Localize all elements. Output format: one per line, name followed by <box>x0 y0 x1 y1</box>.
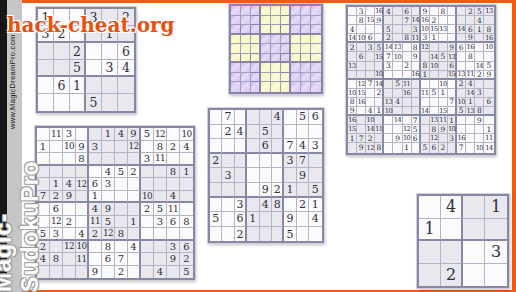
sudoku-12x12-cell-r9c4[interactable]: 4 <box>76 228 89 241</box>
sudoku-16x16-cell-r1c13[interactable] <box>457 7 466 16</box>
colored-9x9-cell-r1c1[interactable] <box>231 6 241 16</box>
sudoku-16x16-cell-r16c15[interactable]: 10 <box>475 143 484 152</box>
sudoku-16x16-cell-r12c13[interactable]: 5 <box>457 107 466 116</box>
sudoku-12x12-cell-r3c4[interactable]: 8 <box>76 153 89 166</box>
sudoku-16x16-cell-r5c7[interactable] <box>403 43 412 52</box>
sudoku-16x16-cell-r4c2[interactable]: 10 <box>357 34 366 43</box>
sudoku-9x9-cell-r8c9[interactable]: 4 <box>309 212 321 227</box>
sudoku-16x16-cell-r4c14[interactable]: 9 <box>466 34 475 43</box>
sudoku-16x16-cell-r13c7[interactable] <box>403 116 412 125</box>
sudoku-12x12-cell-r9c7[interactable]: 8 <box>115 228 128 241</box>
colored-9x9-cell-r9c6[interactable] <box>281 82 291 92</box>
sudoku-6x6-cell-r5c1[interactable] <box>38 77 54 94</box>
sudoku-12x12-cell-r6c10[interactable] <box>154 191 167 204</box>
sudoku-12x12-cell-r10c2[interactable] <box>50 241 63 254</box>
sudoku-16x16-cell-r6c13[interactable] <box>457 52 466 61</box>
sudoku-16x16-cell-r14c15[interactable] <box>475 125 484 134</box>
colored-9x9-cell-r7c7[interactable] <box>291 63 301 73</box>
sudoku-6x6-cell-r6c3[interactable] <box>70 94 86 111</box>
sudoku-16x16-cell-r13c6[interactable]: 14 <box>393 116 402 125</box>
sudoku-16x16-cell-r6c4[interactable]: 15 <box>375 52 384 61</box>
sudoku-9x9-cell-r9c3[interactable]: 2 <box>235 227 247 242</box>
sudoku-4x4-cell-r4c1[interactable] <box>419 264 441 287</box>
sudoku-16x16-cell-r8c16[interactable]: 9 <box>484 71 493 80</box>
sudoku-16x16-cell-r14c10[interactable]: 8 <box>430 125 439 134</box>
sudoku-16x16-cell-r15c13[interactable]: 16 <box>457 134 466 143</box>
sudoku-12x12-cell-r4c12[interactable]: 1 <box>180 166 193 179</box>
sudoku-16x16-cell-r11c8[interactable] <box>412 98 421 107</box>
sudoku-12x12-cell-r5c12[interactable] <box>180 178 193 191</box>
sudoku-12x12-cell-r7c11[interactable]: 11 <box>167 203 180 216</box>
sudoku-9x9-cell-r2c3[interactable]: 4 <box>235 125 247 140</box>
sudoku-9x9-cell-r9c8[interactable] <box>297 227 309 242</box>
sudoku-12x12-cell-r2c8[interactable]: 12 <box>128 141 141 154</box>
sudoku-16x16-cell-r14c9[interactable] <box>421 125 430 134</box>
colored-9x9-cell-r9c9[interactable] <box>311 82 321 92</box>
sudoku-12x12-cell-r5c5[interactable]: 6 <box>89 178 102 191</box>
sudoku-9x9-cell-r6c5[interactable]: 9 <box>260 183 272 198</box>
sudoku-9x9-cell-r6c6[interactable]: 2 <box>272 183 284 198</box>
sudoku-16x16-cell-r2c9[interactable]: 16 <box>421 16 430 25</box>
sudoku-16x16-cell-r1c3[interactable] <box>366 7 375 16</box>
sudoku-12x12-cell-r11c2[interactable]: 8 <box>50 253 63 266</box>
sudoku-16x16-cell-r10c5[interactable] <box>384 89 393 98</box>
colored-9x9-cell-r5c4[interactable] <box>261 44 271 54</box>
sudoku-12x12-cell-r11c4[interactable]: 11 <box>76 253 89 266</box>
sudoku-16x16-cell-r8c12[interactable]: 15 <box>448 71 457 80</box>
sudoku-9x9-cell-r6c7[interactable]: 1 <box>284 183 296 198</box>
sudoku-16x16-cell-r15c12[interactable]: 3 <box>448 134 457 143</box>
sudoku-9x9-cell-r7c9[interactable]: 1 <box>309 198 321 213</box>
sudoku-16x16-cell-r1c11[interactable]: 8 <box>439 7 448 16</box>
sudoku-16x16-cell-r4c10[interactable]: 1 <box>430 34 439 43</box>
sudoku-9x9-cell-r9c1[interactable] <box>210 227 222 242</box>
sudoku-12x12-cell-r12c6[interactable] <box>102 266 115 279</box>
colored-9x9-cell-r6c9[interactable] <box>311 54 321 64</box>
sudoku-16x16-cell-r10c7[interactable]: 16 <box>403 89 412 98</box>
sudoku-12x12-cell-r8c6[interactable]: 5 <box>102 216 115 229</box>
colored-9x9-cell-r3c5[interactable] <box>271 25 281 35</box>
sudoku-6x6-cell-r5c5[interactable] <box>102 77 118 94</box>
sudoku-12x12-cell-r8c7[interactable] <box>115 216 128 229</box>
colored-9x9-cell-r6c6[interactable] <box>281 54 291 64</box>
sudoku-12x12-cell-r7c2[interactable]: 6 <box>50 203 63 216</box>
sudoku-16x16-cell-r8c5[interactable] <box>384 71 393 80</box>
sudoku-12x12-cell-r3c7[interactable] <box>115 153 128 166</box>
sudoku-6x6-cell-r4c2[interactable] <box>54 60 70 77</box>
sudoku-16x16-cell-r7c6[interactable] <box>393 62 402 71</box>
sudoku-9x9-cell-r5c5[interactable] <box>260 168 272 183</box>
sudoku-16x16-cell-r15c1[interactable]: 1 <box>348 134 357 143</box>
sudoku-9x9-cell-r5c4[interactable] <box>247 168 259 183</box>
sudoku-12x12-cell-r2c7[interactable] <box>115 141 128 154</box>
sudoku-16x16-cell-r12c5[interactable]: 10 <box>384 107 393 116</box>
sudoku-16x16-cell-r3c11[interactable]: 13 <box>439 25 448 34</box>
sudoku-16x16-cell-r12c6[interactable] <box>393 107 402 116</box>
sudoku-12x12-cell-r9c3[interactable] <box>63 228 76 241</box>
sudoku-16x16-cell-r16c6[interactable] <box>393 143 402 152</box>
sudoku-6x6-cell-r4c4[interactable] <box>86 60 102 77</box>
sudoku-12x12-cell-r1c8[interactable]: 9 <box>128 128 141 141</box>
sudoku-12x12-cell-r3c9[interactable]: 3 <box>141 153 154 166</box>
sudoku-6x6-cell-r5c2[interactable]: 6 <box>54 77 70 94</box>
sudoku-12x12-cell-r7c4[interactable] <box>76 203 89 216</box>
sudoku-16x16-cell-r2c4[interactable]: 9 <box>375 16 384 25</box>
colored-9x9-cell-r7c9[interactable] <box>311 63 321 73</box>
sudoku-9x9-cell-r7c7[interactable] <box>284 198 296 213</box>
sudoku-9x9-cell-r2c6[interactable] <box>272 125 284 140</box>
colored-9x9-cell-r9c3[interactable] <box>251 82 261 92</box>
sudoku-16x16-cell-r2c7[interactable]: 7 <box>403 16 412 25</box>
sudoku-9x9-cell-r4c5[interactable] <box>260 154 272 169</box>
colored-9x9-cell-r7c3[interactable] <box>251 63 261 73</box>
colored-9x9-cell-r1c7[interactable] <box>291 6 301 16</box>
sudoku-9x9-cell-r3c7[interactable]: 7 <box>284 139 296 154</box>
sudoku-16x16-cell-r10c11[interactable]: 1 <box>439 89 448 98</box>
colored-9x9-cell-r5c9[interactable] <box>311 44 321 54</box>
sudoku-12x12-cell-r2c10[interactable]: 8 <box>154 141 167 154</box>
sudoku-9x9-cell-r6c8[interactable] <box>297 183 309 198</box>
colored-9x9-cell-r7c8[interactable] <box>301 63 311 73</box>
sudoku-16x16-cell-r5c4[interactable]: 5 <box>375 43 384 52</box>
sudoku-6x6-cell-r3c6[interactable]: 6 <box>118 43 134 60</box>
sudoku-12x12-cell-r6c9[interactable]: 10 <box>141 191 154 204</box>
sudoku-16x16-cell-r6c3[interactable] <box>366 52 375 61</box>
sudoku-16x16-cell-r13c12[interactable]: 1 <box>448 116 457 125</box>
sudoku-12x12-cell-r7c6[interactable]: 9 <box>102 203 115 216</box>
sudoku-16x16-cell-r12c14[interactable]: 13 <box>466 107 475 116</box>
sudoku-9x9-cell-r5c2[interactable]: 3 <box>222 168 234 183</box>
sudoku-16x16-cell-r9c12[interactable] <box>448 80 457 89</box>
sudoku-16x16-cell-r3c6[interactable] <box>393 25 402 34</box>
sudoku-16x16-cell-r3c4[interactable] <box>375 25 384 34</box>
colored-9x9-cell-r4c5[interactable] <box>271 35 281 45</box>
sudoku-12x12-cell-r12c11[interactable] <box>167 266 180 279</box>
sudoku-9x9-cell-r8c8[interactable] <box>297 212 309 227</box>
sudoku-16x16-cell-r14c11[interactable]: 9 <box>439 125 448 134</box>
sudoku-16x16-cell-r15c8[interactable]: 6 <box>412 134 421 143</box>
sudoku-12x12-cell-r2c2[interactable] <box>50 141 63 154</box>
colored-9x9-cell-r5c2[interactable] <box>241 44 251 54</box>
sudoku-9x9-cell-r1c3[interactable] <box>235 110 247 125</box>
sudoku-9x9-cell-r4c6[interactable] <box>272 154 284 169</box>
sudoku-9x9-cell-r1c1[interactable] <box>210 110 222 125</box>
sudoku-12x12-cell-r9c2[interactable]: 3 <box>50 228 63 241</box>
sudoku-12x12-cell-r10c8[interactable]: 4 <box>128 241 141 254</box>
sudoku-6x6-cell-r4c3[interactable]: 5 <box>70 60 86 77</box>
sudoku-12x12-cell-r4c7[interactable]: 5 <box>115 166 128 179</box>
colored-9x9-cell-r6c3[interactable] <box>251 54 261 64</box>
sudoku-12x12-cell-r11c11[interactable]: 9 <box>167 253 180 266</box>
sudoku-16x16-cell-r5c6[interactable]: 13 <box>393 43 402 52</box>
sudoku-9x9-cell-r3c6[interactable] <box>272 139 284 154</box>
colored-9x9-cell-r2c6[interactable] <box>281 16 291 26</box>
sudoku-12x12-cell-r7c8[interactable] <box>128 203 141 216</box>
sudoku-16x16-cell-r16c13[interactable]: 7 <box>457 143 466 152</box>
sudoku-16x16-cell-r9c6[interactable]: 5 <box>393 80 402 89</box>
sudoku-16x16-cell-r13c5[interactable] <box>384 116 393 125</box>
sudoku-12x12-cell-r11c6[interactable]: 6 <box>102 253 115 266</box>
colored-9x9-cell-r8c9[interactable] <box>311 73 321 83</box>
sudoku-16x16-cell-r16c8[interactable] <box>412 143 421 152</box>
sudoku-12x12-cell-r6c11[interactable]: 4 <box>167 191 180 204</box>
sudoku-6x6-cell-r3c2[interactable] <box>54 43 70 60</box>
sudoku-12x12-cell-r3c3[interactable] <box>63 153 76 166</box>
colored-9x9-cell-r1c5[interactable] <box>271 6 281 16</box>
sudoku-9x9-cell-r3c1[interactable] <box>210 139 222 154</box>
sudoku-16x16-cell-r13c15[interactable]: 9 <box>475 116 484 125</box>
sudoku-9x9-cell-r9c4[interactable] <box>247 227 259 242</box>
sudoku-16x16-cell-r4c6[interactable] <box>393 34 402 43</box>
sudoku-9x9-cell-r6c3[interactable] <box>235 183 247 198</box>
sudoku-9x9-cell-r2c8[interactable] <box>297 125 309 140</box>
sudoku-12x12-cell-r6c6[interactable] <box>102 191 115 204</box>
colored-9x9-cell-r3c8[interactable] <box>301 25 311 35</box>
sudoku-12x12-cell-r10c4[interactable]: 10 <box>76 241 89 254</box>
sudoku-16x16-cell-r14c16[interactable]: 1 <box>484 125 493 134</box>
sudoku-12x12-cell-r12c2[interactable] <box>50 266 63 279</box>
sudoku-16x16-cell-r2c12[interactable] <box>448 16 457 25</box>
colored-9x9-cell-r2c7[interactable] <box>291 16 301 26</box>
sudoku-16x16-cell-r13c3[interactable]: 10 <box>366 116 375 125</box>
sudoku-12x12-cell-r8c9[interactable] <box>141 216 154 229</box>
sudoku-12x12-cell-r7c12[interactable] <box>180 203 193 216</box>
sudoku-4x4-cell-r3c1[interactable] <box>419 241 441 264</box>
sudoku-12x12-cell-r12c3[interactable] <box>63 266 76 279</box>
sudoku-12x12-cell-r3c6[interactable] <box>102 153 115 166</box>
sudoku-16x16-cell-r9c16[interactable] <box>484 80 493 89</box>
sudoku-4x4-cell-r3c3[interactable] <box>463 241 485 264</box>
sudoku-16x16-cell-r11c12[interactable]: 7 <box>448 98 457 107</box>
sudoku-12x12-cell-r6c7[interactable] <box>115 191 128 204</box>
colored-9x9-cell-r6c5[interactable] <box>271 54 281 64</box>
sudoku-4x4-cell-r2c2[interactable] <box>441 219 463 242</box>
sudoku-12x12-cell-r11c10[interactable] <box>154 253 167 266</box>
sudoku-16x16-cell-r15c7[interactable]: 10 <box>403 134 412 143</box>
sudoku-12x12-cell-r6c4[interactable] <box>76 191 89 204</box>
sudoku-16x16-cell-r4c15[interactable] <box>475 34 484 43</box>
sudoku-12x12-cell-r3c11[interactable] <box>167 153 180 166</box>
sudoku-16x16-cell-r2c10[interactable]: 2 <box>430 16 439 25</box>
sudoku-16x16-cell-r6c6[interactable]: 10 <box>393 52 402 61</box>
sudoku-12x12-cell-r7c5[interactable]: 4 <box>89 203 102 216</box>
sudoku-16x16-cell-r7c7[interactable]: 2 <box>403 62 412 71</box>
sudoku-12x12-cell-r11c5[interactable] <box>89 253 102 266</box>
sudoku-12x12-cell-r9c5[interactable]: 2 <box>89 228 102 241</box>
sudoku-12x12-cell-r11c7[interactable]: 7 <box>115 253 128 266</box>
sudoku-12x12-cell-r9c8[interactable] <box>128 228 141 241</box>
sudoku-12x12-cell-r8c3[interactable]: 2 <box>63 216 76 229</box>
sudoku-16x16-cell-r8c10[interactable] <box>430 71 439 80</box>
colored-9x9-cell-r5c3[interactable] <box>251 44 261 54</box>
sudoku-16x16-cell-r16c11[interactable]: 2 <box>439 143 448 152</box>
sudoku-16x16-cell-r8c9[interactable]: 1 <box>421 71 430 80</box>
sudoku-9x9-cell-r2c5[interactable]: 5 <box>260 125 272 140</box>
colored-9x9-cell-r3c6[interactable] <box>281 25 291 35</box>
sudoku-16x16-cell-r8c15[interactable]: 2 <box>475 71 484 80</box>
sudoku-16x16-cell-r6c11[interactable]: 5 <box>439 52 448 61</box>
colored-9x9-cell-r2c4[interactable] <box>261 16 271 26</box>
colored-9x9-cell-r1c2[interactable] <box>241 6 251 16</box>
sudoku-12x12-cell-r6c12[interactable] <box>180 191 193 204</box>
sudoku-16x16-cell-r16c2[interactable]: 9 <box>357 143 366 152</box>
sudoku-16x16-cell-r16c1[interactable] <box>348 143 357 152</box>
sudoku-16x16-cell-r16c7[interactable]: 1 <box>403 143 412 152</box>
sudoku-16x16-cell-r13c9[interactable] <box>421 116 430 125</box>
sudoku-12x12-cell-r5c3[interactable]: 4 <box>63 178 76 191</box>
sudoku-16x16-cell-r16c5[interactable] <box>384 143 393 152</box>
sudoku-12x12-cell-r1c2[interactable]: 11 <box>50 128 63 141</box>
sudoku-16x16-cell-r7c2[interactable] <box>357 62 366 71</box>
sudoku-16x16-cell-r8c8[interactable]: 16 <box>412 71 421 80</box>
sudoku-6x6-cell-r5c3[interactable]: 1 <box>70 77 86 94</box>
sudoku-16x16-cell-r6c10[interactable]: 14 <box>430 52 439 61</box>
sudoku-16x16-cell-r10c9[interactable]: 11 <box>421 89 430 98</box>
sudoku-9x9-cell-r8c4[interactable]: 1 <box>247 212 259 227</box>
colored-9x9-cell-r2c3[interactable] <box>251 16 261 26</box>
sudoku-16x16-cell-r9c8[interactable] <box>412 80 421 89</box>
sudoku-16x16-cell-r15c6[interactable]: 9 <box>393 134 402 143</box>
colored-9x9-cell-r9c1[interactable] <box>231 82 241 92</box>
sudoku-16x16-cell-r7c10[interactable]: 10 <box>430 62 439 71</box>
sudoku-16x16-cell-r14c13[interactable] <box>457 125 466 134</box>
colored-9x9-cell-r9c2[interactable] <box>241 82 251 92</box>
sudoku-16x16-cell-r9c3[interactable]: 7 <box>366 80 375 89</box>
sudoku-16x16-cell-r5c13[interactable]: 6 <box>457 43 466 52</box>
sudoku-16x16-cell-r13c1[interactable]: 16 <box>348 116 357 125</box>
sudoku-16x16-cell-r15c15[interactable] <box>475 134 484 143</box>
sudoku-16x16-cell-r15c5[interactable] <box>384 134 393 143</box>
sudoku-16x16-cell-r9c14[interactable]: 4 <box>466 80 475 89</box>
sudoku-16x16-cell-r12c2[interactable] <box>357 107 366 116</box>
sudoku-9x9-cell-r5c7[interactable] <box>284 168 296 183</box>
sudoku-16x16-cell-r10c13[interactable] <box>457 89 466 98</box>
sudoku-12x12-cell-r10c12[interactable]: 6 <box>180 241 193 254</box>
sudoku-12x12-cell-r2c5[interactable]: 3 <box>89 141 102 154</box>
sudoku-12x12-cell-r5c2[interactable]: 1 <box>50 178 63 191</box>
sudoku-9x9-cell-r4c8[interactable]: 7 <box>297 154 309 169</box>
sudoku-16x16-cell-r14c4[interactable]: 11 <box>375 125 384 134</box>
sudoku-16x16-cell-r10c3[interactable] <box>366 89 375 98</box>
sudoku-12x12-cell-r9c10[interactable] <box>154 228 167 241</box>
sudoku-16x16-cell-r13c2[interactable] <box>357 116 366 125</box>
colored-9x9-cell-r6c4[interactable] <box>261 54 271 64</box>
sudoku-12x12-cell-r1c3[interactable]: 3 <box>63 128 76 141</box>
sudoku-16x16-cell-r11c16[interactable]: 6 <box>484 98 493 107</box>
sudoku-12x12-cell-r12c7[interactable]: 2 <box>115 266 128 279</box>
sudoku-12x12-cell-r10c3[interactable]: 12 <box>63 241 76 254</box>
sudoku-16x16-cell-r5c15[interactable] <box>475 43 484 52</box>
sudoku-16x16-cell-r9c9[interactable] <box>421 80 430 89</box>
sudoku-4x4-cell-r3c4[interactable]: 3 <box>485 241 507 264</box>
sudoku-16x16-cell-r5c16[interactable]: 10 <box>484 43 493 52</box>
sudoku-16x16-cell-r16c12[interactable] <box>448 143 457 152</box>
sudoku-12x12-cell-r8c5[interactable]: 11 <box>89 216 102 229</box>
sudoku-4x4-cell-r1c3[interactable] <box>463 196 485 219</box>
colored-9x9-cell-r2c9[interactable] <box>311 16 321 26</box>
sudoku-12x12-cell-r3c2[interactable] <box>50 153 63 166</box>
sudoku-12x12-cell-r10c11[interactable]: 3 <box>167 241 180 254</box>
sudoku-12x12-cell-r11c3[interactable] <box>63 253 76 266</box>
sudoku-9x9-cell-r8c5[interactable] <box>260 212 272 227</box>
sudoku-16x16-cell-r3c12[interactable] <box>448 25 457 34</box>
sudoku-9x9-cell-r3c4[interactable] <box>247 139 259 154</box>
colored-9x9-cell-r1c3[interactable] <box>251 6 261 16</box>
sudoku-16x16-cell-r1c5[interactable]: 4 <box>384 7 393 16</box>
sudoku-6x6-cell-r4c1[interactable] <box>38 60 54 77</box>
sudoku-12x12-cell-r1c7[interactable]: 4 <box>115 128 128 141</box>
colored-9x9-cell-r6c1[interactable] <box>231 54 241 64</box>
sudoku-16x16-cell-r11c10[interactable] <box>430 98 439 107</box>
sudoku-6x6-cell-r5c4[interactable] <box>86 77 102 94</box>
sudoku-4x4-cell-r1c2[interactable]: 4 <box>441 196 463 219</box>
colored-9x9-cell-r7c2[interactable] <box>241 63 251 73</box>
sudoku-9x9-cell-r3c5[interactable]: 6 <box>260 139 272 154</box>
sudoku-12x12-cell-r8c11[interactable]: 6 <box>167 216 180 229</box>
sudoku-9x9-cell-r3c2[interactable] <box>222 139 234 154</box>
sudoku-16x16-cell-r12c3[interactable]: 4 <box>366 107 375 116</box>
sudoku-16x16-cell-r2c11[interactable] <box>439 16 448 25</box>
sudoku-16x16-cell-r5c9[interactable]: 12 <box>421 43 430 52</box>
sudoku-12x12-cell-r2c12[interactable]: 4 <box>180 141 193 154</box>
sudoku-16x16-cell-r11c2[interactable]: 16 <box>357 98 366 107</box>
colored-9x9-cell-r4c4[interactable] <box>261 35 271 45</box>
sudoku-16x16-cell-r1c14[interactable]: 2 <box>466 7 475 16</box>
sudoku-6x6-cell-r6c2[interactable] <box>54 94 70 111</box>
sudoku-16x16-cell-r4c11[interactable] <box>439 34 448 43</box>
colored-9x9-cell-r3c3[interactable] <box>251 25 261 35</box>
sudoku-16x16-cell-r5c12[interactable]: 9 <box>448 43 457 52</box>
sudoku-9x9-cell-r8c2[interactable] <box>222 212 234 227</box>
sudoku-12x12-cell-r4c2[interactable] <box>50 166 63 179</box>
colored-9x9-cell-r1c8[interactable] <box>301 6 311 16</box>
sudoku-12x12-cell-r9c12[interactable] <box>180 228 193 241</box>
sudoku-16x16-cell-r1c9[interactable]: 9 <box>421 7 430 16</box>
sudoku-16x16-cell-r15c3[interactable]: 2 <box>366 134 375 143</box>
sudoku-16x16-cell-r2c13[interactable] <box>457 16 466 25</box>
sudoku-12x12-cell-r10c5[interactable] <box>89 241 102 254</box>
sudoku-9x9-cell-r4c2[interactable] <box>222 154 234 169</box>
colored-9x9-cell-r6c2[interactable] <box>241 54 251 64</box>
sudoku-9x9-cell-r5c6[interactable] <box>272 168 284 183</box>
sudoku-12x12-cell-r6c3[interactable]: 9 <box>63 191 76 204</box>
sudoku-16x16-cell-r8c7[interactable] <box>403 71 412 80</box>
sudoku-9x9-cell-r3c9[interactable]: 3 <box>309 139 321 154</box>
sudoku-12x12-cell-r4c3[interactable] <box>63 166 76 179</box>
sudoku-9x9-cell-r1c4[interactable] <box>247 110 259 125</box>
sudoku-12x12-cell-r1c5[interactable] <box>89 128 102 141</box>
sudoku-16x16-cell-r10c15[interactable]: 3 <box>475 89 484 98</box>
sudoku-16x16-cell-r13c4[interactable] <box>375 116 384 125</box>
sudoku-6x6-cell-r4c5[interactable]: 3 <box>102 60 118 77</box>
sudoku-16x16-cell-r3c13[interactable]: 14 <box>457 25 466 34</box>
sudoku-16x16-cell-r8c11[interactable] <box>439 71 448 80</box>
sudoku-9x9-cell-r4c3[interactable] <box>235 154 247 169</box>
sudoku-16x16-cell-r2c6[interactable] <box>393 16 402 25</box>
sudoku-9x9-cell-r1c5[interactable] <box>260 110 272 125</box>
sudoku-12x12-cell-r9c11[interactable] <box>167 228 180 241</box>
colored-9x9-cell-r5c7[interactable] <box>291 44 301 54</box>
sudoku-4x4-cell-r2c4[interactable] <box>485 219 507 242</box>
sudoku-4x4-cell-r4c4[interactable] <box>485 264 507 287</box>
sudoku-12x12-cell-r6c5[interactable]: 1 <box>89 191 102 204</box>
sudoku-9x9-cell-r1c8[interactable]: 5 <box>297 110 309 125</box>
sudoku-12x12-cell-r3c12[interactable] <box>180 153 193 166</box>
colored-9x9-cell-r9c5[interactable] <box>271 82 281 92</box>
sudoku-9x9-cell-r3c3[interactable] <box>235 139 247 154</box>
sudoku-12x12-cell-r1c10[interactable]: 12 <box>154 128 167 141</box>
colored-9x9-cell-r3c9[interactable] <box>311 25 321 35</box>
